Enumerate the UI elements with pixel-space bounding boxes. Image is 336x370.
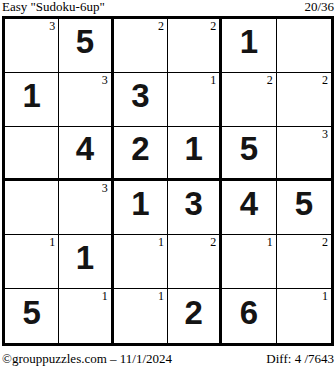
cell-r1c1[interactable]: 3 xyxy=(5,19,59,73)
cell-r6c1[interactable]: 5 xyxy=(5,289,59,343)
cell-r2c5[interactable]: 2 xyxy=(222,73,276,127)
given-digit: 2 xyxy=(114,127,167,178)
cell-r4c3[interactable]: 1 xyxy=(114,181,168,235)
cell-r6c4[interactable]: 2 xyxy=(168,289,222,343)
cell-r6c5[interactable]: 6 xyxy=(222,289,276,343)
given-digit: 1 xyxy=(222,19,275,72)
cell-r2c3[interactable]: 3 xyxy=(114,73,168,127)
given-digit: 1 xyxy=(59,235,110,288)
cell-r1c6[interactable] xyxy=(277,19,331,73)
cell-r5c3[interactable]: 1 xyxy=(114,235,168,289)
difficulty-text: Diff: 4 /7643 xyxy=(266,351,334,366)
corner-mark: 2 xyxy=(322,235,328,249)
given-digit: 1 xyxy=(114,181,167,234)
cell-r3c4[interactable]: 1 xyxy=(168,127,222,181)
given-digit: 5 xyxy=(277,181,331,234)
header: Easy "Sudoku-6up" 20/36 xyxy=(2,0,334,15)
cell-r5c5[interactable]: 1 xyxy=(222,235,276,289)
corner-mark: 2 xyxy=(267,73,273,87)
given-digit: 5 xyxy=(59,19,110,72)
given-digit: 2 xyxy=(168,289,219,343)
cell-r2c1[interactable]: 1 xyxy=(5,73,59,127)
puzzle-page: Easy "Sudoku-6up" 20/36 3522113312242153… xyxy=(0,0,336,370)
sudoku-board: 352211331224215331345111212511261 xyxy=(2,16,334,346)
cell-r1c3[interactable]: 2 xyxy=(114,19,168,73)
corner-mark: 1 xyxy=(49,235,55,249)
given-digit: 4 xyxy=(222,181,275,234)
given-digit: 3 xyxy=(168,181,219,234)
corner-mark: 1 xyxy=(267,235,273,249)
cell-r6c3[interactable]: 1 xyxy=(114,289,168,343)
corner-mark: 3 xyxy=(49,19,55,33)
given-digit: 5 xyxy=(222,127,275,178)
cell-r4c6[interactable]: 5 xyxy=(277,181,331,235)
cell-r5c1[interactable]: 1 xyxy=(5,235,59,289)
cell-r6c6[interactable]: 1 xyxy=(277,289,331,343)
given-digit: 1 xyxy=(168,127,219,178)
corner-mark: 1 xyxy=(210,73,216,87)
cell-r3c3[interactable]: 2 xyxy=(114,127,168,181)
corner-mark: 3 xyxy=(102,181,108,195)
corner-mark: 3 xyxy=(322,127,328,141)
cell-r6c2[interactable]: 1 xyxy=(59,289,113,343)
given-digit: 6 xyxy=(222,289,275,343)
page-title: Easy "Sudoku-6up" xyxy=(2,0,105,14)
cell-r4c2[interactable]: 3 xyxy=(59,181,113,235)
cell-r1c5[interactable]: 1 xyxy=(222,19,276,73)
cell-r4c1[interactable] xyxy=(5,181,59,235)
corner-mark: 2 xyxy=(210,235,216,249)
cell-r1c4[interactable]: 2 xyxy=(168,19,222,73)
corner-mark: 1 xyxy=(158,289,164,303)
corner-mark: 1 xyxy=(158,235,164,249)
cell-r4c4[interactable]: 3 xyxy=(168,181,222,235)
corner-mark: 2 xyxy=(158,19,164,33)
cell-r3c5[interactable]: 5 xyxy=(222,127,276,181)
cell-r5c6[interactable]: 2 xyxy=(277,235,331,289)
given-digit: 1 xyxy=(5,73,58,126)
cell-r5c2[interactable]: 1 xyxy=(59,235,113,289)
progress-counter: 20/36 xyxy=(304,0,334,14)
cell-r3c2[interactable]: 4 xyxy=(59,127,113,181)
cell-r3c6[interactable]: 3 xyxy=(277,127,331,181)
corner-mark: 2 xyxy=(210,19,216,33)
copyright-text: ©grouppuzzles.com – 11/1/2024 xyxy=(2,351,172,366)
cell-r1c2[interactable]: 5 xyxy=(59,19,113,73)
corner-mark: 2 xyxy=(322,73,328,87)
cell-r5c4[interactable]: 2 xyxy=(168,235,222,289)
cell-r2c6[interactable]: 2 xyxy=(277,73,331,127)
given-digit: 4 xyxy=(59,127,110,178)
corner-mark: 1 xyxy=(322,289,328,303)
given-digit: 3 xyxy=(114,73,167,126)
footer: ©grouppuzzles.com – 11/1/2024 Diff: 4 /7… xyxy=(2,351,334,366)
cell-r3c1[interactable] xyxy=(5,127,59,181)
corner-mark: 1 xyxy=(102,289,108,303)
corner-mark: 3 xyxy=(102,73,108,87)
given-digit: 5 xyxy=(5,289,58,343)
cell-r4c5[interactable]: 4 xyxy=(222,181,276,235)
cell-r2c4[interactable]: 1 xyxy=(168,73,222,127)
cell-r2c2[interactable]: 3 xyxy=(59,73,113,127)
